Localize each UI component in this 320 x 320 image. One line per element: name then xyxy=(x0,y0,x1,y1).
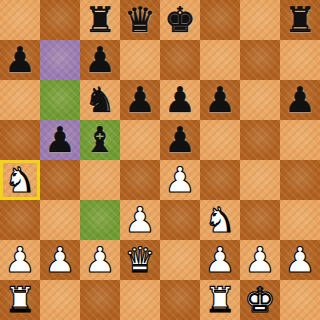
black-queen-piece[interactable]: ♛ xyxy=(120,0,160,40)
square-b5[interactable]: ♟ xyxy=(40,120,80,160)
black-pawn-piece[interactable]: ♟ xyxy=(200,80,240,120)
white-pawn-piece[interactable]: ♟ xyxy=(40,240,80,280)
square-b1[interactable] xyxy=(40,280,80,320)
square-b4[interactable] xyxy=(40,160,80,200)
square-f3[interactable]: ♞ xyxy=(200,200,240,240)
square-f7[interactable] xyxy=(200,40,240,80)
square-g1[interactable]: ♚ xyxy=(240,280,280,320)
square-d1[interactable] xyxy=(120,280,160,320)
square-c1[interactable] xyxy=(80,280,120,320)
white-rook-piece[interactable]: ♜ xyxy=(0,280,40,320)
square-e4[interactable]: ♟ xyxy=(160,160,200,200)
chess-board: ♜♛♚♜♟♟♞♟♟♟♟♟♝♟♞♟♟♞♟♟♟♛♟♟♟♜♜♚ xyxy=(0,0,320,320)
square-g3[interactable] xyxy=(240,200,280,240)
square-h3[interactable] xyxy=(280,200,320,240)
black-pawn-piece[interactable]: ♟ xyxy=(40,120,80,160)
white-pawn-piece[interactable]: ♟ xyxy=(240,240,280,280)
square-h8[interactable]: ♜ xyxy=(280,0,320,40)
square-e6[interactable]: ♟ xyxy=(160,80,200,120)
square-h5[interactable] xyxy=(280,120,320,160)
black-pawn-piece[interactable]: ♟ xyxy=(160,80,200,120)
white-pawn-piece[interactable]: ♟ xyxy=(200,240,240,280)
square-a3[interactable] xyxy=(0,200,40,240)
square-d4[interactable] xyxy=(120,160,160,200)
square-d3[interactable]: ♟ xyxy=(120,200,160,240)
square-d2[interactable]: ♛ xyxy=(120,240,160,280)
chess-app: ♜♛♚♜♟♟♞♟♟♟♟♟♝♟♞♟♟♞♟♟♟♛♟♟♟♜♜♚ xyxy=(0,0,320,320)
square-g4[interactable] xyxy=(240,160,280,200)
square-h2[interactable]: ♟ xyxy=(280,240,320,280)
square-f4[interactable] xyxy=(200,160,240,200)
square-a8[interactable] xyxy=(0,0,40,40)
white-king-piece[interactable]: ♚ xyxy=(240,280,280,320)
black-rook-piece[interactable]: ♜ xyxy=(280,0,320,40)
square-e5[interactable]: ♟ xyxy=(160,120,200,160)
square-c7[interactable]: ♟ xyxy=(80,40,120,80)
black-knight-piece[interactable]: ♞ xyxy=(80,80,120,120)
square-f2[interactable]: ♟ xyxy=(200,240,240,280)
square-e7[interactable] xyxy=(160,40,200,80)
black-pawn-piece[interactable]: ♟ xyxy=(0,40,40,80)
square-c5[interactable]: ♝ xyxy=(80,120,120,160)
square-d5[interactable] xyxy=(120,120,160,160)
square-g5[interactable] xyxy=(240,120,280,160)
square-e3[interactable] xyxy=(160,200,200,240)
square-a6[interactable] xyxy=(0,80,40,120)
white-rook-piece[interactable]: ♜ xyxy=(200,280,240,320)
square-b6[interactable] xyxy=(40,80,80,120)
square-e8[interactable]: ♚ xyxy=(160,0,200,40)
square-a5[interactable] xyxy=(0,120,40,160)
square-h7[interactable] xyxy=(280,40,320,80)
white-knight-piece[interactable]: ♞ xyxy=(200,200,240,240)
white-knight-piece[interactable]: ♞ xyxy=(0,160,40,200)
square-e2[interactable] xyxy=(160,240,200,280)
square-b3[interactable] xyxy=(40,200,80,240)
square-h6[interactable]: ♟ xyxy=(280,80,320,120)
square-f6[interactable]: ♟ xyxy=(200,80,240,120)
square-f1[interactable]: ♜ xyxy=(200,280,240,320)
square-c4[interactable] xyxy=(80,160,120,200)
square-a1[interactable]: ♜ xyxy=(0,280,40,320)
black-bishop-piece[interactable]: ♝ xyxy=(80,120,120,160)
white-pawn-piece[interactable]: ♟ xyxy=(0,240,40,280)
square-f5[interactable] xyxy=(200,120,240,160)
square-c6[interactable]: ♞ xyxy=(80,80,120,120)
black-rook-piece[interactable]: ♜ xyxy=(80,0,120,40)
square-c8[interactable]: ♜ xyxy=(80,0,120,40)
square-c2[interactable]: ♟ xyxy=(80,240,120,280)
white-pawn-piece[interactable]: ♟ xyxy=(120,200,160,240)
white-pawn-piece[interactable]: ♟ xyxy=(160,160,200,200)
white-pawn-piece[interactable]: ♟ xyxy=(80,240,120,280)
square-e1[interactable] xyxy=(160,280,200,320)
square-h1[interactable] xyxy=(280,280,320,320)
square-h4[interactable] xyxy=(280,160,320,200)
square-b7[interactable] xyxy=(40,40,80,80)
black-pawn-piece[interactable]: ♟ xyxy=(120,80,160,120)
black-king-piece[interactable]: ♚ xyxy=(160,0,200,40)
white-pawn-piece[interactable]: ♟ xyxy=(280,240,320,280)
square-d7[interactable] xyxy=(120,40,160,80)
square-d6[interactable]: ♟ xyxy=(120,80,160,120)
square-g7[interactable] xyxy=(240,40,280,80)
black-pawn-piece[interactable]: ♟ xyxy=(280,80,320,120)
square-a2[interactable]: ♟ xyxy=(0,240,40,280)
black-pawn-piece[interactable]: ♟ xyxy=(80,40,120,80)
square-g6[interactable] xyxy=(240,80,280,120)
square-a4[interactable]: ♞ xyxy=(0,160,40,200)
black-pawn-piece[interactable]: ♟ xyxy=(160,120,200,160)
square-g2[interactable]: ♟ xyxy=(240,240,280,280)
square-d8[interactable]: ♛ xyxy=(120,0,160,40)
square-a7[interactable]: ♟ xyxy=(0,40,40,80)
square-g8[interactable] xyxy=(240,0,280,40)
square-c3[interactable] xyxy=(80,200,120,240)
square-b8[interactable] xyxy=(40,0,80,40)
square-f8[interactable] xyxy=(200,0,240,40)
white-queen-piece[interactable]: ♛ xyxy=(120,240,160,280)
square-b2[interactable]: ♟ xyxy=(40,240,80,280)
